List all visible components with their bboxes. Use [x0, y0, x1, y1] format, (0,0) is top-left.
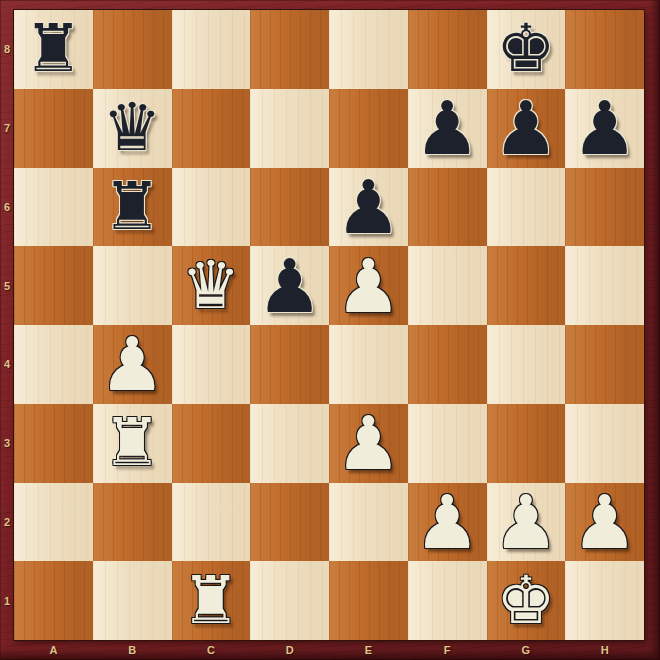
square-c6[interactable]: [172, 168, 251, 247]
rank-label-8: 8: [0, 10, 14, 89]
piece-black-queen-b7[interactable]: ♛: [103, 89, 162, 167]
rank-label-1: 1: [0, 561, 14, 640]
square-f4[interactable]: [408, 325, 487, 404]
rank-label-7: 7: [0, 89, 14, 168]
piece-black-rook-a8[interactable]: ♜: [24, 10, 83, 88]
square-e6[interactable]: ♟: [329, 168, 408, 247]
rank-label-3: 3: [0, 404, 14, 483]
piece-white-pawn-h2[interactable]: ♟: [571, 483, 637, 561]
square-h4[interactable]: [565, 325, 644, 404]
square-f1[interactable]: [408, 561, 487, 640]
chess-board: ♜♚♛♟♟♟♜♟♛♟♟♟♜♟♟♟♟♜♚: [14, 10, 644, 640]
square-a8[interactable]: ♜: [14, 10, 93, 89]
file-labels: A B C D E F G H: [14, 641, 644, 658]
piece-white-rook-b3[interactable]: ♜: [103, 404, 162, 482]
square-b7[interactable]: ♛: [93, 89, 172, 168]
board-frame: 8 7 6 5 4 3 2 1 ♜♚♛♟♟♟♜♟♛♟♟♟♜♟♟♟♟♜♚ A B …: [0, 0, 660, 660]
piece-black-king-g8[interactable]: ♚: [496, 10, 555, 88]
square-d1[interactable]: [250, 561, 329, 640]
square-f2[interactable]: ♟: [408, 483, 487, 562]
square-f5[interactable]: [408, 246, 487, 325]
square-c5[interactable]: ♛: [172, 246, 251, 325]
square-g8[interactable]: ♚: [487, 10, 566, 89]
square-g1[interactable]: ♚: [487, 561, 566, 640]
rank-label-6: 6: [0, 168, 14, 247]
square-b4[interactable]: ♟: [93, 325, 172, 404]
rank-label-2: 2: [0, 483, 14, 562]
square-a2[interactable]: [14, 483, 93, 562]
square-b2[interactable]: [93, 483, 172, 562]
square-a4[interactable]: [14, 325, 93, 404]
square-d4[interactable]: [250, 325, 329, 404]
square-d3[interactable]: [250, 404, 329, 483]
piece-white-pawn-g2[interactable]: ♟: [493, 483, 559, 561]
square-f7[interactable]: ♟: [408, 89, 487, 168]
square-a5[interactable]: [14, 246, 93, 325]
square-d8[interactable]: [250, 10, 329, 89]
square-b8[interactable]: [93, 10, 172, 89]
square-c8[interactable]: [172, 10, 251, 89]
square-c4[interactable]: [172, 325, 251, 404]
square-f6[interactable]: [408, 168, 487, 247]
rank-label-5: 5: [0, 246, 14, 325]
square-a7[interactable]: [14, 89, 93, 168]
square-g4[interactable]: [487, 325, 566, 404]
piece-white-pawn-f2[interactable]: ♟: [414, 483, 480, 561]
square-h5[interactable]: [565, 246, 644, 325]
square-e3[interactable]: ♟: [329, 404, 408, 483]
rank-label-4: 4: [0, 325, 14, 404]
square-h2[interactable]: ♟: [565, 483, 644, 562]
square-d2[interactable]: [250, 483, 329, 562]
file-label-c: C: [172, 641, 251, 658]
square-d5[interactable]: ♟: [250, 246, 329, 325]
piece-black-rook-b6[interactable]: ♜: [103, 168, 162, 246]
square-h7[interactable]: ♟: [565, 89, 644, 168]
piece-black-pawn-d5[interactable]: ♟: [256, 247, 322, 325]
square-g6[interactable]: [487, 168, 566, 247]
square-h3[interactable]: [565, 404, 644, 483]
square-g2[interactable]: ♟: [487, 483, 566, 562]
square-c2[interactable]: [172, 483, 251, 562]
file-label-b: B: [93, 641, 172, 658]
square-a6[interactable]: [14, 168, 93, 247]
piece-white-pawn-e3[interactable]: ♟: [335, 404, 401, 482]
square-c7[interactable]: [172, 89, 251, 168]
file-label-g: G: [487, 641, 566, 658]
square-a3[interactable]: [14, 404, 93, 483]
square-b3[interactable]: ♜: [93, 404, 172, 483]
piece-white-pawn-b4[interactable]: ♟: [99, 325, 165, 403]
piece-black-pawn-h7[interactable]: ♟: [571, 89, 637, 167]
square-b1[interactable]: [93, 561, 172, 640]
square-e4[interactable]: [329, 325, 408, 404]
square-e7[interactable]: [329, 89, 408, 168]
piece-black-pawn-f7[interactable]: ♟: [414, 89, 480, 167]
square-b6[interactable]: ♜: [93, 168, 172, 247]
file-label-e: E: [329, 641, 408, 658]
square-e5[interactable]: ♟: [329, 246, 408, 325]
file-label-h: H: [565, 641, 644, 658]
square-h6[interactable]: [565, 168, 644, 247]
square-e2[interactable]: [329, 483, 408, 562]
file-label-f: F: [408, 641, 487, 658]
piece-black-pawn-g7[interactable]: ♟: [493, 89, 559, 167]
piece-white-pawn-e5[interactable]: ♟: [335, 247, 401, 325]
square-g5[interactable]: [487, 246, 566, 325]
rank-labels: 8 7 6 5 4 3 2 1: [0, 10, 14, 640]
piece-white-rook-c1[interactable]: ♜: [181, 562, 240, 640]
square-d6[interactable]: [250, 168, 329, 247]
square-h1[interactable]: [565, 561, 644, 640]
piece-white-king-g1[interactable]: ♚: [496, 562, 555, 640]
file-label-d: D: [250, 641, 329, 658]
square-c1[interactable]: ♜: [172, 561, 251, 640]
piece-white-queen-c5[interactable]: ♛: [181, 247, 240, 325]
file-label-a: A: [14, 641, 93, 658]
square-e1[interactable]: [329, 561, 408, 640]
square-f3[interactable]: [408, 404, 487, 483]
square-f8[interactable]: [408, 10, 487, 89]
square-c3[interactable]: [172, 404, 251, 483]
square-g3[interactable]: [487, 404, 566, 483]
square-a1[interactable]: [14, 561, 93, 640]
piece-black-pawn-e6[interactable]: ♟: [335, 168, 401, 246]
square-d7[interactable]: [250, 89, 329, 168]
square-h8[interactable]: [565, 10, 644, 89]
square-g7[interactable]: ♟: [487, 89, 566, 168]
square-e8[interactable]: [329, 10, 408, 89]
square-b5[interactable]: [93, 246, 172, 325]
